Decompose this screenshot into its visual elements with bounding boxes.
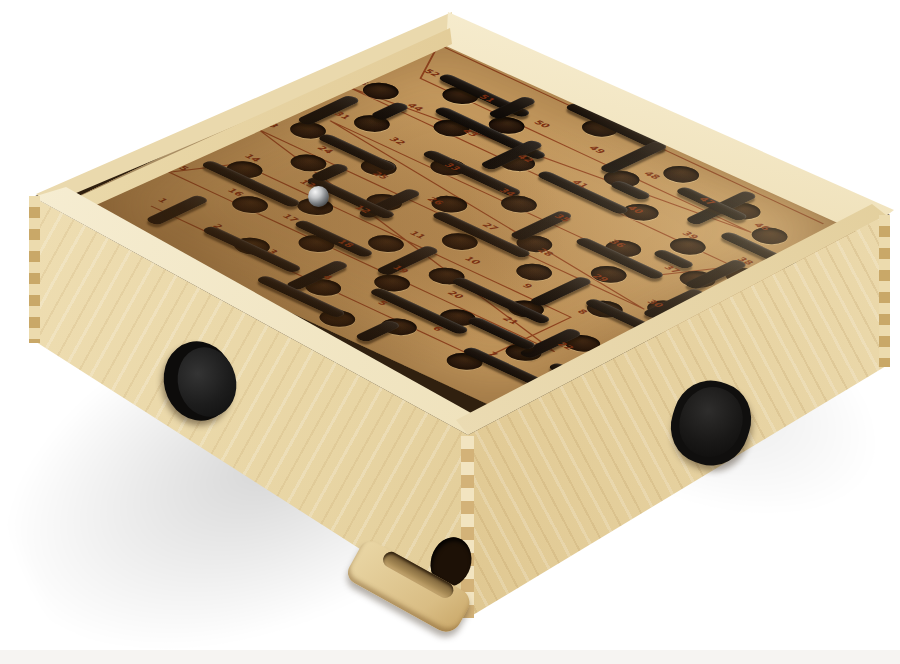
box-joint-left-corner	[29, 196, 40, 343]
labyrinth-game-photo: 1234567891011121314151617181920212223242…	[0, 0, 900, 664]
steel-ball[interactable]	[308, 186, 329, 207]
background-bottom-band	[0, 650, 900, 664]
box-joint-right-corner	[879, 215, 890, 367]
